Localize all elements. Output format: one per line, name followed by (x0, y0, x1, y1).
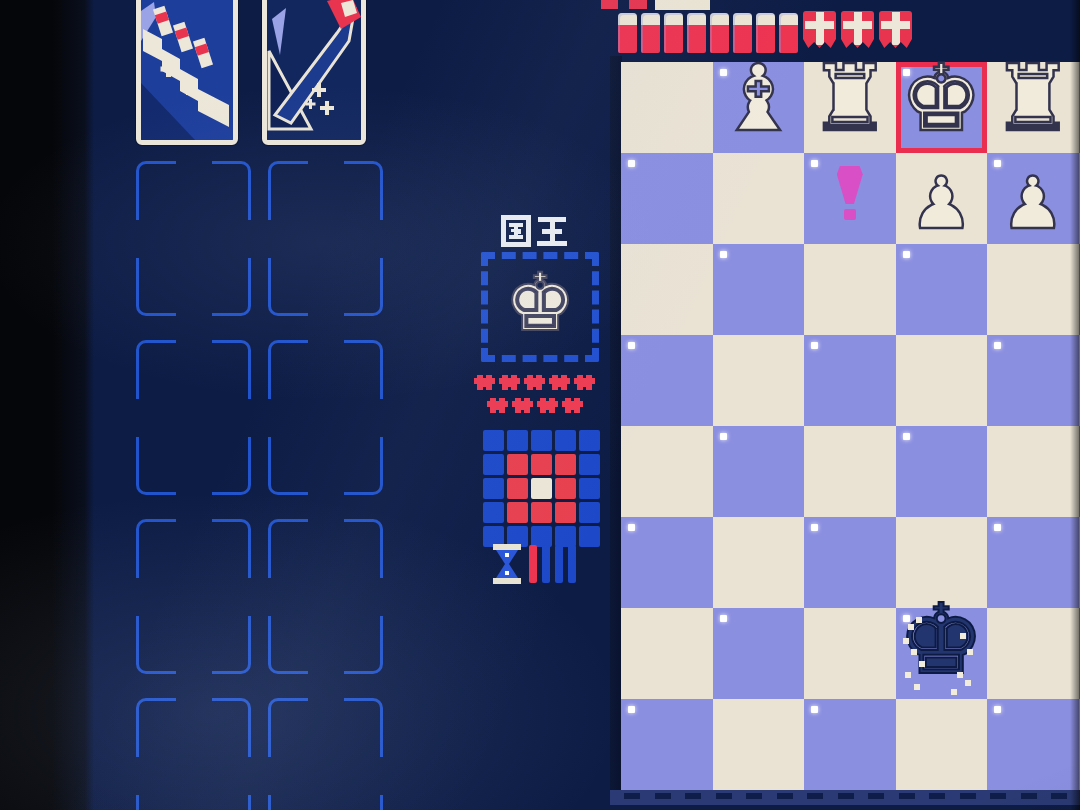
square-r2c1[interactable] (621, 153, 713, 244)
white-rook[interactable]: ♜ (804, 53, 896, 144)
slot-border-gap (176, 340, 212, 343)
health-heart (549, 375, 570, 390)
move-grid-cell-blue (579, 478, 600, 499)
square-r7c1[interactable] (621, 608, 713, 699)
slot-border-gap (308, 161, 344, 164)
move-grid-cell-blue (483, 478, 504, 499)
slot-border-gap (308, 313, 344, 316)
square-corner-dot (628, 342, 635, 349)
square-r4c3[interactable] (804, 335, 896, 426)
white-rook[interactable]: ♜ (987, 53, 1079, 144)
move-grid-cell-blue (483, 454, 504, 475)
move-grid-cell-red (531, 502, 552, 523)
slot-border-gap (380, 399, 383, 437)
white-pawn[interactable]: ♟ (987, 158, 1079, 249)
slot-border-gap (308, 492, 344, 495)
square-corner-dot (903, 251, 910, 258)
square-r7c3[interactable] (804, 608, 896, 699)
alert-exclamation-bar (837, 166, 863, 204)
shotgun-smoke-dither (896, 608, 902, 614)
square-r6c3[interactable] (804, 517, 896, 608)
square-r7c5[interactable] (987, 608, 1079, 699)
square-corner-dot (811, 524, 818, 531)
move-grid-cell-blue (579, 526, 600, 547)
square-r4c5[interactable] (987, 335, 1079, 426)
square-r8c2[interactable] (713, 699, 805, 790)
health-heart (562, 398, 583, 413)
health-heart (537, 398, 558, 413)
square-r5c3[interactable] (804, 426, 896, 517)
square-r8c5[interactable] (987, 699, 1079, 790)
shotgun-shell (641, 13, 660, 53)
cutoff-red-sprite (601, 0, 618, 9)
square-r6c1[interactable] (621, 517, 713, 608)
square-corner-dot (811, 706, 818, 713)
move-grid-cell-red (531, 454, 552, 475)
square-corner-dot (720, 433, 727, 440)
square-corner-dot (628, 706, 635, 713)
square-r5c4[interactable] (896, 426, 988, 517)
square-r6c2[interactable] (713, 517, 805, 608)
square-r3c2[interactable] (713, 244, 805, 335)
slot-border-gap (248, 399, 251, 437)
piece-preview-king: ♚ (488, 253, 592, 353)
square-corner-dot (903, 433, 910, 440)
alert-exclamation-dot (844, 209, 856, 220)
slot-border-gap (268, 399, 271, 437)
shotgun-shell (664, 13, 683, 53)
alert-exclamation (837, 166, 863, 220)
initiative-bar-blue (568, 545, 576, 583)
square-corner-dot (720, 615, 727, 622)
slot-border-gap (268, 220, 271, 258)
initiative-indicator (492, 544, 576, 584)
hanzi-wang (537, 215, 567, 247)
cutoff-cream-sprite (655, 0, 710, 10)
empty-card-slot[interactable] (136, 340, 251, 495)
square-r4c1[interactable] (621, 335, 713, 426)
slot-border-gap (248, 757, 251, 795)
empty-card-slot[interactable] (268, 161, 383, 316)
slot-border-gap (308, 698, 344, 701)
monitor-bezel (0, 0, 94, 810)
slot-border-gap (380, 757, 383, 795)
health-heart (512, 398, 533, 413)
slot-border-gap (268, 757, 271, 795)
square-corner-dot (994, 524, 1001, 531)
hanzi-guo (501, 215, 531, 247)
square-r1c3[interactable]: ♜ (804, 62, 896, 153)
piece-name-text (501, 215, 567, 247)
health-hearts-row-1 (474, 375, 595, 390)
health-heart (474, 375, 495, 390)
square-r8c4[interactable] (896, 699, 988, 790)
empty-card-slot[interactable] (136, 161, 251, 316)
empty-card-slot[interactable] (268, 340, 383, 495)
white-king[interactable]: ♚ (896, 53, 988, 144)
square-r1c4[interactable]: ♚ (896, 62, 988, 153)
board-bottom-edge (610, 790, 1080, 805)
hourglass-icon (492, 544, 522, 584)
shotgun-shell (618, 13, 637, 53)
slot-border-gap (308, 340, 344, 343)
square-r3c1[interactable] (621, 244, 713, 335)
shotgun-shell (687, 13, 706, 53)
card-sharpened-blade[interactable] (262, 0, 366, 145)
health-heart (524, 375, 545, 390)
health-heart (499, 375, 520, 390)
shield-heart (879, 11, 912, 48)
move-pattern-grid (483, 430, 600, 547)
square-r2c2[interactable] (713, 153, 805, 244)
screen-edge-shadow (1070, 0, 1080, 810)
slot-border-gap (268, 578, 271, 616)
move-grid-cell-red (555, 454, 576, 475)
move-grid-cell-blue (483, 502, 504, 523)
square-r2c5[interactable]: ♟ (987, 153, 1079, 244)
health-hearts-row-2 (487, 398, 583, 413)
slot-border-gap (248, 578, 251, 616)
square-r8c3[interactable] (804, 699, 896, 790)
move-grid-cell-red (555, 478, 576, 499)
move-grid-cell-blue (579, 454, 600, 475)
shield-heart (841, 11, 874, 48)
initiative-bars (529, 544, 576, 583)
slot-border-gap (380, 578, 383, 616)
square-r1c2[interactable]: ♝ (713, 62, 805, 153)
slot-border-gap (136, 757, 139, 795)
move-grid-cell-red (507, 478, 528, 499)
slot-border-gap (380, 220, 383, 258)
square-corner-dot (720, 251, 727, 258)
square-r3c3[interactable] (804, 244, 896, 335)
square-r1c1[interactable] (621, 62, 713, 153)
square-r3c4[interactable] (896, 244, 988, 335)
cutoff-red-sprite (629, 0, 647, 9)
move-grid-cell-blue (579, 502, 600, 523)
slot-border-gap (308, 519, 344, 522)
sharpened-blade-art (267, 0, 361, 140)
shell-bandolier-art (141, 0, 233, 140)
square-corner-dot (811, 342, 818, 349)
square-r6c5[interactable] (987, 517, 1079, 608)
slot-border-gap (308, 671, 344, 674)
slot-border-gap (136, 399, 139, 437)
initiative-bar-blue (555, 545, 563, 583)
square-r5c1[interactable] (621, 426, 713, 517)
square-r4c4[interactable] (896, 335, 988, 426)
initiative-bar-blue (542, 545, 550, 583)
empty-card-slot[interactable] (136, 519, 251, 674)
square-corner-dot (628, 160, 635, 167)
square-corner-dot (811, 160, 818, 167)
slot-border-gap (136, 578, 139, 616)
square-r2c3[interactable] (804, 153, 896, 244)
health-heart (487, 398, 508, 413)
square-corner-dot (994, 342, 1001, 349)
empty-card-slot[interactable] (136, 698, 251, 810)
square-corner-dot (994, 706, 1001, 713)
white-pawn[interactable]: ♟ (896, 158, 988, 249)
square-r5c5[interactable] (987, 426, 1079, 517)
square-r1c5[interactable]: ♜ (987, 62, 1079, 153)
health-heart (574, 375, 595, 390)
square-r8c1[interactable] (621, 699, 713, 790)
move-grid-cell-blue (579, 430, 600, 451)
shield-cross-horizontal (843, 21, 872, 29)
slot-border-gap (176, 519, 212, 522)
move-grid-cell-red (507, 502, 528, 523)
move-grid-cell-origin (531, 478, 552, 499)
move-grid-cell-blue (483, 430, 504, 451)
square-r7c2[interactable] (713, 608, 805, 699)
white-bishop[interactable]: ♝ (713, 53, 805, 144)
shield-cross-horizontal (805, 21, 834, 29)
square-r5c2[interactable] (713, 426, 805, 517)
move-grid-cell-red (507, 454, 528, 475)
chess-board: ♝♜♚♜♟♟♟♚ (621, 62, 1080, 790)
slot-border-gap (248, 220, 251, 258)
square-corner-dot (628, 524, 635, 531)
shield-heart-row (803, 11, 912, 48)
piece-preview-frame: ♚ (481, 252, 599, 362)
slot-border-gap (176, 313, 212, 316)
shield-heart (803, 11, 836, 48)
slot-border-gap (136, 220, 139, 258)
slot-border-gap (176, 161, 212, 164)
slot-border-gap (176, 671, 212, 674)
shield-cross-horizontal (881, 21, 910, 29)
square-r7c4[interactable]: ♚ (896, 608, 988, 699)
game-screen: { "game": "Shotgun King: The Final Check… (0, 0, 1080, 810)
move-grid-cell-blue (531, 430, 552, 451)
black-king[interactable]: ♚ (896, 594, 988, 685)
card-shell-bandolier[interactable] (136, 0, 238, 145)
square-r2c4[interactable]: ♟ (896, 153, 988, 244)
empty-card-slot[interactable] (268, 519, 383, 674)
move-grid-cell-blue (507, 430, 528, 451)
initiative-bar-red (529, 545, 537, 583)
move-grid-cell-red (555, 502, 576, 523)
slot-border-gap (176, 698, 212, 701)
square-r3c5[interactable] (987, 244, 1079, 335)
slot-border-gap (176, 492, 212, 495)
square-r4c2[interactable] (713, 335, 805, 426)
move-grid-cell-blue (555, 430, 576, 451)
empty-card-slot[interactable] (268, 698, 383, 810)
